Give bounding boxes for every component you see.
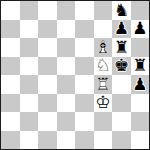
- square-c8[interactable]: [38, 1, 57, 20]
- square-d2[interactable]: [57, 112, 76, 131]
- piece-glyph: ♟: [112, 20, 131, 39]
- piece-glyph: ♟: [131, 75, 150, 94]
- piece-outline: ♖: [94, 75, 113, 94]
- square-b3[interactable]: [20, 94, 39, 113]
- square-b7[interactable]: [20, 20, 39, 39]
- square-d5[interactable]: [57, 57, 76, 76]
- square-d8[interactable]: [57, 1, 76, 20]
- square-f7[interactable]: [94, 20, 113, 39]
- piece-glyph: ♜: [112, 38, 131, 57]
- square-h6[interactable]: [131, 38, 150, 57]
- piece-outline: ♔: [94, 94, 113, 113]
- square-a6[interactable]: [1, 38, 20, 57]
- piece-glyph: ♟: [131, 20, 150, 39]
- piece-glyph: ♚: [112, 57, 131, 76]
- square-g6[interactable]: ♜: [112, 38, 131, 57]
- square-f6[interactable]: ♝♗: [94, 38, 113, 57]
- square-b1[interactable]: [20, 131, 39, 150]
- square-c4[interactable]: [38, 75, 57, 94]
- piece-outline: ♗: [94, 38, 113, 57]
- square-e2[interactable]: [75, 112, 94, 131]
- black-knight: ♞: [112, 1, 131, 20]
- square-h3[interactable]: [131, 94, 150, 113]
- square-h1[interactable]: [131, 131, 150, 150]
- square-d6[interactable]: [57, 38, 76, 57]
- square-a8[interactable]: [1, 1, 20, 20]
- square-f3[interactable]: ♚♔: [94, 94, 113, 113]
- black-pawn: ♟: [112, 20, 131, 39]
- black-pawn: ♟: [131, 20, 150, 39]
- square-c2[interactable]: [38, 112, 57, 131]
- black-king: ♚: [112, 57, 131, 76]
- piece-fill: ♚: [94, 94, 113, 113]
- piece-glyph: ♞: [112, 1, 131, 20]
- square-g1[interactable]: [112, 131, 131, 150]
- square-h7[interactable]: ♟: [131, 20, 150, 39]
- square-a1[interactable]: [1, 131, 20, 150]
- black-pawn: ♟: [131, 75, 150, 94]
- square-a2[interactable]: [1, 112, 20, 131]
- square-e6[interactable]: [75, 38, 94, 57]
- square-g4[interactable]: [112, 75, 131, 94]
- square-b8[interactable]: [20, 1, 39, 20]
- square-e1[interactable]: [75, 131, 94, 150]
- square-c5[interactable]: [38, 57, 57, 76]
- square-a4[interactable]: [1, 75, 20, 94]
- square-g8[interactable]: ♞: [112, 1, 131, 20]
- square-c3[interactable]: [38, 94, 57, 113]
- white-knight: ♞♘: [94, 57, 113, 76]
- square-b4[interactable]: [20, 75, 39, 94]
- white-rook: ♜♖: [94, 75, 113, 94]
- square-c6[interactable]: [38, 38, 57, 57]
- piece-glyph: ♜: [131, 57, 150, 76]
- white-bishop: ♝♗: [94, 38, 113, 57]
- square-d7[interactable]: [57, 20, 76, 39]
- square-d1[interactable]: [57, 131, 76, 150]
- square-c1[interactable]: [38, 131, 57, 150]
- square-e5[interactable]: [75, 57, 94, 76]
- square-e7[interactable]: [75, 20, 94, 39]
- piece-outline: ♘: [94, 57, 113, 76]
- square-b6[interactable]: [20, 38, 39, 57]
- square-h5[interactable]: ♜: [131, 57, 150, 76]
- chess-board: ♞♟♟♝♗♜♞♘♚♜♜♖♟♚♔: [0, 0, 150, 150]
- square-b5[interactable]: [20, 57, 39, 76]
- piece-fill: ♝: [94, 38, 113, 57]
- square-d3[interactable]: [57, 94, 76, 113]
- piece-fill: ♞: [94, 57, 113, 76]
- square-e3[interactable]: [75, 94, 94, 113]
- square-f5[interactable]: ♞♘: [94, 57, 113, 76]
- piece-fill: ♜: [94, 75, 113, 94]
- square-g2[interactable]: [112, 112, 131, 131]
- square-h4[interactable]: ♟: [131, 75, 150, 94]
- square-f8[interactable]: [94, 1, 113, 20]
- square-f4[interactable]: ♜♖: [94, 75, 113, 94]
- square-d4[interactable]: [57, 75, 76, 94]
- square-e8[interactable]: [75, 1, 94, 20]
- square-a3[interactable]: [1, 94, 20, 113]
- square-f1[interactable]: [94, 131, 113, 150]
- square-h2[interactable]: [131, 112, 150, 131]
- white-king: ♚♔: [94, 94, 113, 113]
- square-g5[interactable]: ♚: [112, 57, 131, 76]
- square-c7[interactable]: [38, 20, 57, 39]
- black-rook: ♜: [112, 38, 131, 57]
- square-g3[interactable]: [112, 94, 131, 113]
- square-h8[interactable]: [131, 1, 150, 20]
- square-e4[interactable]: [75, 75, 94, 94]
- square-g7[interactable]: ♟: [112, 20, 131, 39]
- square-b2[interactable]: [20, 112, 39, 131]
- square-f2[interactable]: [94, 112, 113, 131]
- square-a7[interactable]: [1, 20, 20, 39]
- black-rook: ♜: [131, 57, 150, 76]
- square-a5[interactable]: [1, 57, 20, 76]
